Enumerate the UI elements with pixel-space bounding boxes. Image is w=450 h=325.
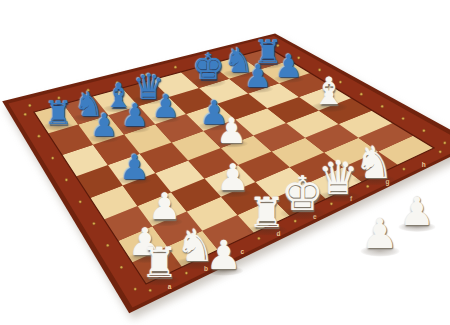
screw-icon xyxy=(38,135,41,138)
piece-white-pawn-off-board[interactable]: ♟ xyxy=(400,192,435,231)
piece-white-bishop-h5[interactable]: ♝ xyxy=(312,73,346,111)
screw-icon xyxy=(24,113,27,116)
piece-white-rook-a1[interactable]: ♜ xyxy=(141,242,179,284)
piece-white-pawn-off-board[interactable]: ♟ xyxy=(206,235,242,275)
screw-icon xyxy=(439,150,442,153)
piece-blue-pawn-g7[interactable]: ♟ xyxy=(244,61,272,92)
screw-icon xyxy=(134,288,137,291)
screw-icon xyxy=(174,66,177,69)
piece-blue-pawn-b5[interactable]: ♟ xyxy=(119,150,149,184)
screw-icon xyxy=(403,168,406,171)
screw-icon xyxy=(381,105,384,108)
screw-icon xyxy=(120,266,123,269)
piece-white-pawn-d3[interactable]: ♟ xyxy=(217,160,250,197)
piece-white-queen-f1[interactable]: ♛ xyxy=(318,156,359,202)
screw-icon xyxy=(185,272,188,275)
screw-icon xyxy=(65,179,68,182)
piece-blue-king-f8[interactable]: ♚ xyxy=(192,50,225,86)
piece-blue-pawn-h7[interactable]: ♟ xyxy=(275,51,303,82)
piece-white-pawn-off-board[interactable]: ♟ xyxy=(362,214,399,255)
screw-icon xyxy=(51,157,54,160)
screw-icon xyxy=(79,200,82,203)
screw-icon xyxy=(93,222,96,225)
piece-white-king-e1[interactable]: ♚ xyxy=(281,171,323,218)
screw-icon xyxy=(149,289,152,292)
screw-icon xyxy=(360,93,363,96)
screw-icon xyxy=(258,237,261,240)
piece-blue-rook-a8[interactable]: ♜ xyxy=(44,98,73,130)
screw-icon xyxy=(402,117,405,120)
chess-set-photo: abcdefgh ♜♞♟♚♟♛♝♝♞♟♟♜♟♟♟♞♟♟♛♚♟♟♜♟♟♞♟♜ xyxy=(0,0,450,325)
piece-white-knight-g1[interactable]: ♞ xyxy=(355,141,394,185)
piece-blue-pawn-d7[interactable]: ♟ xyxy=(151,91,179,122)
screw-icon xyxy=(106,244,109,247)
screw-icon xyxy=(423,129,426,132)
piece-white-rook-d1[interactable]: ♜ xyxy=(248,192,286,234)
screw-icon xyxy=(28,104,31,107)
piece-blue-pawn-b7[interactable]: ♟ xyxy=(90,110,118,141)
piece-blue-pawn-c7[interactable]: ♟ xyxy=(121,101,149,132)
piece-white-pawn-e5[interactable]: ♟ xyxy=(217,113,247,147)
screw-icon xyxy=(443,142,446,145)
file-label-h: h xyxy=(422,161,426,168)
